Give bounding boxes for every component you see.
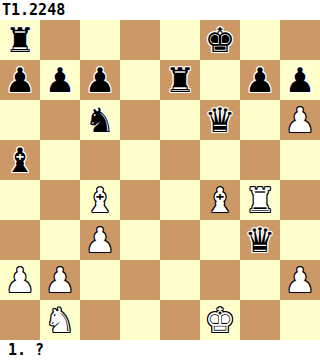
square-d2[interactable] bbox=[120, 260, 160, 300]
square-a4[interactable] bbox=[0, 180, 40, 220]
square-b6[interactable] bbox=[40, 100, 80, 140]
black-queen-icon: ♛ bbox=[245, 223, 275, 257]
square-a5[interactable]: ♝ bbox=[0, 140, 40, 180]
square-g7[interactable]: ♟ bbox=[240, 60, 280, 100]
square-e4[interactable] bbox=[160, 180, 200, 220]
square-e5[interactable] bbox=[160, 140, 200, 180]
footer: 1. ? bbox=[0, 340, 320, 360]
square-c5[interactable] bbox=[80, 140, 120, 180]
square-c1[interactable] bbox=[80, 300, 120, 340]
square-d8[interactable] bbox=[120, 20, 160, 60]
square-h3[interactable] bbox=[280, 220, 320, 260]
black-queen-icon: ♛ bbox=[205, 103, 235, 137]
move-prompt: 1. ? bbox=[8, 340, 44, 360]
square-f8[interactable]: ♚ bbox=[200, 20, 240, 60]
black-bishop-icon: ♝ bbox=[5, 143, 35, 177]
square-h8[interactable] bbox=[280, 20, 320, 60]
square-b2[interactable]: ♟ bbox=[40, 260, 80, 300]
white-knight-icon: ♞ bbox=[45, 303, 75, 337]
square-g4[interactable]: ♜ bbox=[240, 180, 280, 220]
white-pawn-icon: ♟ bbox=[45, 263, 75, 297]
square-h1[interactable] bbox=[280, 300, 320, 340]
square-f5[interactable] bbox=[200, 140, 240, 180]
square-d6[interactable] bbox=[120, 100, 160, 140]
black-pawn-icon: ♟ bbox=[5, 63, 35, 97]
square-b7[interactable]: ♟ bbox=[40, 60, 80, 100]
square-g3[interactable]: ♛ bbox=[240, 220, 280, 260]
square-g2[interactable] bbox=[240, 260, 280, 300]
square-g1[interactable] bbox=[240, 300, 280, 340]
white-pawn-icon: ♟ bbox=[285, 263, 315, 297]
square-e1[interactable] bbox=[160, 300, 200, 340]
square-d4[interactable] bbox=[120, 180, 160, 220]
square-b3[interactable] bbox=[40, 220, 80, 260]
white-pawn-icon: ♟ bbox=[5, 263, 35, 297]
square-h2[interactable]: ♟ bbox=[280, 260, 320, 300]
black-king-icon: ♚ bbox=[205, 23, 235, 57]
puzzle-title: T1.2248 bbox=[2, 0, 65, 20]
square-a6[interactable] bbox=[0, 100, 40, 140]
square-e8[interactable] bbox=[160, 20, 200, 60]
white-bishop-icon: ♝ bbox=[205, 183, 235, 217]
black-pawn-icon: ♟ bbox=[285, 63, 315, 97]
square-h4[interactable] bbox=[280, 180, 320, 220]
black-pawn-icon: ♟ bbox=[45, 63, 75, 97]
square-d1[interactable] bbox=[120, 300, 160, 340]
square-e3[interactable] bbox=[160, 220, 200, 260]
white-pawn-icon: ♟ bbox=[285, 103, 315, 137]
square-a1[interactable] bbox=[0, 300, 40, 340]
square-g6[interactable] bbox=[240, 100, 280, 140]
square-h5[interactable] bbox=[280, 140, 320, 180]
square-a2[interactable]: ♟ bbox=[0, 260, 40, 300]
square-b4[interactable] bbox=[40, 180, 80, 220]
black-pawn-icon: ♟ bbox=[245, 63, 275, 97]
square-c3[interactable]: ♟ bbox=[80, 220, 120, 260]
chess-board: ♜♚♟♟♟♜♟♟♞♛♟♝♝♝♜♟♛♟♟♟♞♚ bbox=[0, 20, 320, 340]
square-b8[interactable] bbox=[40, 20, 80, 60]
white-bishop-icon: ♝ bbox=[85, 183, 115, 217]
square-c4[interactable]: ♝ bbox=[80, 180, 120, 220]
square-d3[interactable] bbox=[120, 220, 160, 260]
square-b1[interactable]: ♞ bbox=[40, 300, 80, 340]
white-pawn-icon: ♟ bbox=[85, 223, 115, 257]
square-f6[interactable]: ♛ bbox=[200, 100, 240, 140]
square-a8[interactable]: ♜ bbox=[0, 20, 40, 60]
square-f4[interactable]: ♝ bbox=[200, 180, 240, 220]
black-knight-icon: ♞ bbox=[85, 103, 115, 137]
square-e6[interactable] bbox=[160, 100, 200, 140]
square-c2[interactable] bbox=[80, 260, 120, 300]
square-a3[interactable] bbox=[0, 220, 40, 260]
square-b5[interactable] bbox=[40, 140, 80, 180]
square-g8[interactable] bbox=[240, 20, 280, 60]
square-g5[interactable] bbox=[240, 140, 280, 180]
white-rook-icon: ♜ bbox=[245, 183, 275, 217]
square-f3[interactable] bbox=[200, 220, 240, 260]
square-c7[interactable]: ♟ bbox=[80, 60, 120, 100]
black-pawn-icon: ♟ bbox=[85, 63, 115, 97]
black-rook-icon: ♜ bbox=[5, 23, 35, 57]
square-e2[interactable] bbox=[160, 260, 200, 300]
header: T1.2248 bbox=[0, 0, 320, 20]
square-d7[interactable] bbox=[120, 60, 160, 100]
square-c8[interactable] bbox=[80, 20, 120, 60]
black-rook-icon: ♜ bbox=[165, 63, 195, 97]
square-a7[interactable]: ♟ bbox=[0, 60, 40, 100]
square-d5[interactable] bbox=[120, 140, 160, 180]
square-f2[interactable] bbox=[200, 260, 240, 300]
square-c6[interactable]: ♞ bbox=[80, 100, 120, 140]
square-h6[interactable]: ♟ bbox=[280, 100, 320, 140]
square-f7[interactable] bbox=[200, 60, 240, 100]
square-h7[interactable]: ♟ bbox=[280, 60, 320, 100]
square-f1[interactable]: ♚ bbox=[200, 300, 240, 340]
white-king-icon: ♚ bbox=[205, 303, 235, 337]
square-e7[interactable]: ♜ bbox=[160, 60, 200, 100]
